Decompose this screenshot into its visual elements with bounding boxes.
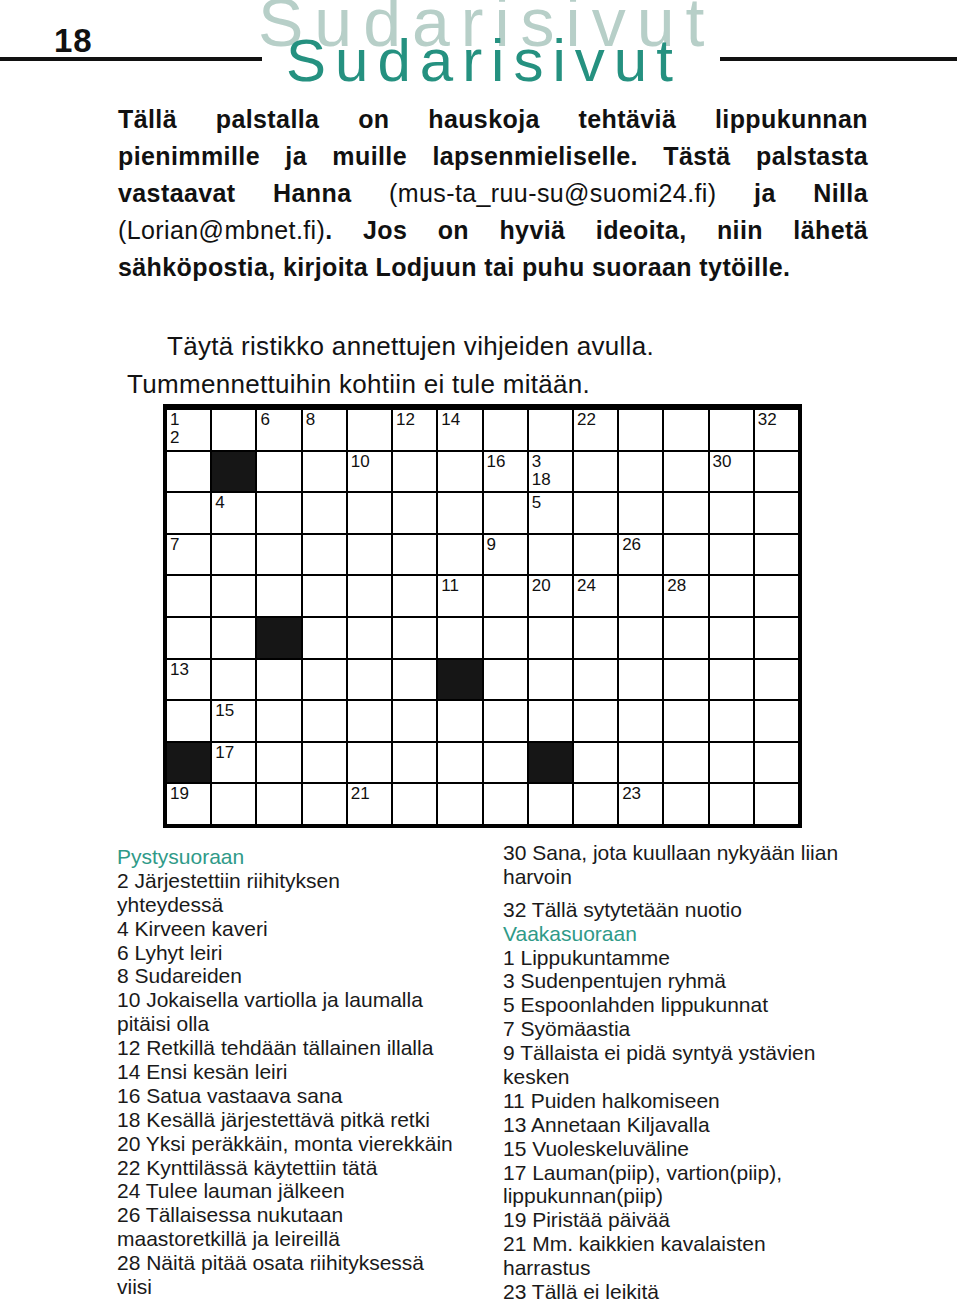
clue-list-header: Pystysuoraan (117, 845, 503, 869)
instruction-line-1: Täytä ristikko annettujen vihjeiden avul… (167, 331, 654, 362)
clue-line: 7 Syömäastia (503, 1017, 923, 1041)
cell-number: 10 (351, 453, 391, 471)
clue-line: harvoin (503, 865, 923, 889)
clue-line: 20 Yksi peräkkäin, monta vierekkäin (117, 1132, 503, 1156)
grid-cell[interactable] (166, 617, 211, 659)
grid-cell[interactable] (437, 783, 482, 825)
grid-cell[interactable] (618, 575, 663, 617)
grid-cell[interactable] (618, 700, 663, 742)
clue-line: 32 Tällä sytytetään nuotio (503, 898, 923, 922)
intro-paragraph: Tällä palstalla on hauskoja tehtäviä lip… (118, 101, 868, 286)
cell-number: 15 (215, 702, 255, 720)
clue-line: maastoretkillä ja leireillä (117, 1227, 503, 1251)
grid-cell[interactable] (754, 451, 799, 493)
grid-cell[interactable] (347, 492, 392, 534)
grid-cell[interactable]: 16 (483, 451, 528, 493)
clue-line: 14 Ensi kesän leiri (117, 1060, 503, 1084)
clue-line: 16 Satua vastaava sana (117, 1084, 503, 1108)
grid-cell[interactable] (211, 534, 256, 576)
grid-cell[interactable] (256, 700, 301, 742)
cell-number: 13 (170, 661, 210, 679)
grid-cell[interactable] (663, 451, 708, 493)
grid-cell[interactable]: 9 (483, 534, 528, 576)
grid-cell[interactable] (437, 492, 482, 534)
cell-number: 16 (487, 453, 527, 471)
grid-cell[interactable] (618, 659, 663, 701)
clue-line: 11 Puiden halkomiseen (503, 1089, 923, 1113)
grid-cell[interactable] (302, 492, 347, 534)
grid-cell[interactable] (754, 575, 799, 617)
grid-cell[interactable] (618, 742, 663, 784)
page-title: Sudarisivut (286, 31, 682, 91)
clue-line: 18 Kesällä järjestettävä pitkä retki (117, 1108, 503, 1132)
grid-cell[interactable] (392, 742, 437, 784)
grid-cell[interactable] (392, 659, 437, 701)
grid-cell[interactable] (528, 409, 573, 451)
grid-cell[interactable]: 11 (437, 575, 482, 617)
cell-number: 14 (441, 411, 481, 429)
grid-cell[interactable] (709, 617, 754, 659)
cell-number: 6 (260, 411, 300, 429)
grid-cell[interactable] (663, 742, 708, 784)
cell-number: 2 (170, 429, 210, 447)
clues-down-column: Pystysuoraan2 Järjestettiin riihitykseny… (117, 845, 503, 1299)
clue-line: 3 Sudenpentujen ryhmä (503, 969, 923, 993)
clue-line: harrastus (503, 1256, 923, 1280)
grid-cell[interactable]: 17 (211, 742, 256, 784)
grid-cell[interactable] (256, 534, 301, 576)
grid-cell[interactable]: 4 (211, 492, 256, 534)
grid-cell[interactable]: 5 (528, 492, 573, 534)
clue-line: 10 Jokaisella vartiolla ja laumalla (117, 988, 503, 1012)
cell-number: 12 (396, 411, 436, 429)
grid-cell[interactable] (483, 617, 528, 659)
grid-cell[interactable] (618, 617, 663, 659)
grid-cell[interactable] (754, 700, 799, 742)
cell-number: 22 (577, 411, 617, 429)
cell-number: 9 (487, 536, 527, 554)
clue-line: 12 Retkillä tehdään tällainen illalla (117, 1036, 503, 1060)
grid-cell[interactable] (573, 659, 618, 701)
grid-cell[interactable] (573, 783, 618, 825)
grid-cell[interactable] (347, 409, 392, 451)
grid-cell[interactable] (211, 409, 256, 451)
grid-cell[interactable] (528, 534, 573, 576)
grid-cell[interactable] (709, 575, 754, 617)
grid-cell[interactable] (528, 617, 573, 659)
grid-cell[interactable] (709, 700, 754, 742)
grid-cell[interactable] (663, 783, 708, 825)
grid-cell[interactable] (573, 534, 618, 576)
grid-cell[interactable] (618, 451, 663, 493)
grid-cell[interactable] (663, 409, 708, 451)
grid-cell[interactable]: 8 (302, 409, 347, 451)
cell-number: 3 (532, 453, 572, 471)
grid-cell[interactable] (754, 492, 799, 534)
grid-cell[interactable] (573, 492, 618, 534)
cell-number: 20 (532, 577, 572, 595)
clue-line: 2 Järjestettiin riihityksen (117, 869, 503, 893)
cell-number: 4 (215, 494, 255, 512)
grid-cell[interactable] (754, 742, 799, 784)
grid-cell[interactable]: 15 (211, 700, 256, 742)
clue-line: 26 Tällaisessa nukutaan (117, 1203, 503, 1227)
grid-cell[interactable] (392, 534, 437, 576)
grid-cell[interactable] (709, 492, 754, 534)
grid-cell[interactable] (618, 492, 663, 534)
grid-cell[interactable]: 7 (166, 534, 211, 576)
grid-cell[interactable] (483, 492, 528, 534)
grid-cell[interactable] (483, 700, 528, 742)
grid-cell[interactable] (302, 659, 347, 701)
grid-cell[interactable] (166, 575, 211, 617)
grid-cell[interactable]: 19 (166, 783, 211, 825)
grid-cell[interactable]: 318 (528, 451, 573, 493)
crossword-grid: 1268121422321016318304579261120242813151… (163, 404, 802, 828)
grid-cell[interactable] (302, 534, 347, 576)
grid-cell[interactable] (573, 451, 618, 493)
grid-cell[interactable] (347, 742, 392, 784)
page-number: 18 (54, 22, 93, 60)
grid-cell[interactable] (392, 575, 437, 617)
cell-number: 11 (441, 577, 481, 595)
clue-line: lippukunnan(piip) (503, 1184, 923, 1208)
grid-cell[interactable] (663, 617, 708, 659)
grid-cell[interactable]: 22 (573, 409, 618, 451)
grid-cell[interactable]: 24 (573, 575, 618, 617)
grid-cell[interactable] (211, 783, 256, 825)
cell-number: 1 (170, 411, 210, 429)
header-rule-left (0, 57, 262, 61)
grid-cell[interactable] (573, 617, 618, 659)
grid-cell[interactable] (573, 742, 618, 784)
grid-cell[interactable] (347, 700, 392, 742)
grid-cell[interactable]: 32 (754, 409, 799, 451)
grid-cell[interactable] (392, 617, 437, 659)
grid-cell[interactable]: 6 (256, 409, 301, 451)
clue-list-header: Vaakasuoraan (503, 922, 923, 946)
grid-cell[interactable] (528, 659, 573, 701)
grid-cell[interactable] (302, 575, 347, 617)
clue-line: 21 Mm. kaikkien kavalaisten (503, 1232, 923, 1256)
grid-cell[interactable] (347, 617, 392, 659)
grid-cell[interactable] (256, 742, 301, 784)
grid-cell[interactable] (256, 659, 301, 701)
clue-line: 8 Sudareiden (117, 964, 503, 988)
grid-cell[interactable]: 10 (347, 451, 392, 493)
grid-cell[interactable]: 26 (618, 534, 663, 576)
grid-cell[interactable] (437, 451, 482, 493)
grid-cell[interactable] (528, 783, 573, 825)
grid-cell[interactable] (754, 783, 799, 825)
clue-line: viisi (117, 1275, 503, 1299)
grid-cell[interactable] (347, 534, 392, 576)
clue-line: 13 Annetaan Kiljavalla (503, 1113, 923, 1137)
clue-line: 4 Kirveen kaveri (117, 917, 503, 941)
grid-cell[interactable] (483, 742, 528, 784)
grid-cell[interactable] (483, 659, 528, 701)
grid-cell[interactable] (256, 575, 301, 617)
grid-cell[interactable] (302, 617, 347, 659)
grid-cell[interactable]: 12 (166, 409, 211, 451)
grid-cell[interactable] (663, 659, 708, 701)
grid-cell[interactable] (754, 617, 799, 659)
intro-line: (Lorian@mbnet.fi). Jos on hyviä ideoita,… (118, 212, 868, 249)
clue-line: 15 Vuoleskeluväline (503, 1137, 923, 1161)
cell-number: 18 (532, 471, 572, 489)
grid-cell[interactable]: 20 (528, 575, 573, 617)
clue-line: 19 Piristää päivää (503, 1208, 923, 1232)
intro-line: pienimmille ja muille lapsenmieliselle. … (118, 138, 868, 175)
grid-cell[interactable] (483, 409, 528, 451)
grid-cell[interactable] (166, 492, 211, 534)
clues-across-column: 30 Sana, jota kuullaan nykyään liianharv… (503, 841, 923, 1303)
instruction-line-2: Tummennettuihin kohtiin ei tule mitään. (127, 369, 590, 400)
grid-cell[interactable] (392, 700, 437, 742)
cell-number: 32 (758, 411, 798, 429)
grid-cell[interactable] (709, 534, 754, 576)
cell-number: 24 (577, 577, 617, 595)
intro-line: vastaavat Hanna (mus-ta_ruu-su@suomi24.f… (118, 175, 868, 212)
clue-line: yhteydessä (117, 893, 503, 917)
grid-cell[interactable] (302, 451, 347, 493)
grid-cell[interactable] (211, 617, 256, 659)
cell-number: 19 (170, 785, 210, 803)
grid-cell[interactable] (166, 700, 211, 742)
grid-cell[interactable] (302, 700, 347, 742)
header-rule-right (720, 57, 957, 61)
grid-cell[interactable] (618, 409, 663, 451)
grid-cell[interactable] (709, 409, 754, 451)
grid-block-cell (437, 659, 482, 701)
grid-cell[interactable] (663, 492, 708, 534)
cell-number: 7 (170, 536, 210, 554)
grid-cell[interactable] (663, 534, 708, 576)
grid-cell[interactable] (392, 451, 437, 493)
grid-cell[interactable] (166, 451, 211, 493)
grid-cell[interactable] (528, 700, 573, 742)
clue-line: 17 Lauman(piip), vartion(piip), (503, 1161, 923, 1185)
grid-cell[interactable] (302, 742, 347, 784)
clue-line: 23 Tällä ei leikitä (503, 1280, 923, 1303)
grid-cell[interactable] (709, 659, 754, 701)
grid-cell[interactable]: 14 (437, 409, 482, 451)
cell-number: 21 (351, 785, 391, 803)
clue-line: 30 Sana, jota kuullaan nykyään liian (503, 841, 923, 865)
grid-cell[interactable] (392, 783, 437, 825)
grid-block-cell (256, 617, 301, 659)
grid-cell[interactable] (437, 700, 482, 742)
grid-cell[interactable] (392, 492, 437, 534)
cell-number: 23 (622, 785, 662, 803)
clue-line: pitäisi olla (117, 1012, 503, 1036)
grid-cell[interactable] (483, 783, 528, 825)
clue-line: 28 Näitä pitää osata riihityksessä (117, 1251, 503, 1275)
grid-cell[interactable] (709, 742, 754, 784)
grid-cell[interactable] (754, 534, 799, 576)
grid-cell[interactable] (256, 783, 301, 825)
grid-cell[interactable] (211, 575, 256, 617)
cell-number: 17 (215, 744, 255, 762)
cell-number: 26 (622, 536, 662, 554)
clue-line: 6 Lyhyt leiri (117, 941, 503, 965)
clue-line: 9 Tällaista ei pidä syntyä ystävien (503, 1041, 923, 1065)
grid-cell[interactable]: 28 (663, 575, 708, 617)
grid-cell[interactable]: 21 (347, 783, 392, 825)
grid-cell[interactable] (663, 700, 708, 742)
magazine-page: 18 Sudarisivut Sudarisivut Tällä palstal… (0, 0, 960, 1303)
grid-cell[interactable] (302, 783, 347, 825)
grid-block-cell (211, 451, 256, 493)
grid-cell[interactable] (437, 742, 482, 784)
grid-cell[interactable] (709, 783, 754, 825)
cell-number: 28 (667, 577, 707, 595)
clue-line: kesken (503, 1065, 923, 1089)
grid-cell[interactable] (256, 492, 301, 534)
grid-cell[interactable]: 12 (392, 409, 437, 451)
grid-cell[interactable] (437, 617, 482, 659)
grid-cell[interactable]: 23 (618, 783, 663, 825)
cell-number: 8 (306, 411, 346, 429)
intro-line: sähköpostia, kirjoita Lodjuun tai puhu s… (118, 249, 868, 286)
grid-cell[interactable] (256, 451, 301, 493)
grid-cell[interactable] (211, 659, 256, 701)
grid-cell[interactable] (437, 534, 482, 576)
intro-line: Tällä palstalla on hauskoja tehtäviä lip… (118, 101, 868, 138)
grid-cell[interactable] (347, 575, 392, 617)
grid-cell[interactable]: 13 (166, 659, 211, 701)
grid-cell[interactable] (347, 659, 392, 701)
clue-line: 1 Lippukuntamme (503, 946, 923, 970)
clue-line: 5 Espoonlahden lippukunnat (503, 993, 923, 1017)
grid-cell[interactable] (483, 575, 528, 617)
clue-line: 22 Kynttilässä käytettiin tätä (117, 1156, 503, 1180)
cell-number: 5 (532, 494, 572, 512)
grid-cell[interactable]: 30 (709, 451, 754, 493)
cell-number: 30 (713, 453, 753, 471)
clue-line: 24 Tulee lauman jälkeen (117, 1179, 503, 1203)
grid-cell[interactable] (754, 659, 799, 701)
grid-block-cell (166, 742, 211, 784)
grid-block-cell (528, 742, 573, 784)
grid-cell[interactable] (573, 700, 618, 742)
